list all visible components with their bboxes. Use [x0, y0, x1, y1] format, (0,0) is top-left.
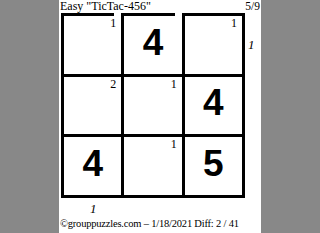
puzzle-title: Easy "TicTac-456"	[60, 0, 151, 13]
top-border-gap	[114, 13, 121, 16]
cell-r0c1[interactable]: 4	[124, 16, 181, 74]
corner-clue: 1	[110, 16, 116, 30]
cell-r2c0[interactable]: 4	[64, 137, 121, 195]
cell-r2c2[interactable]: 5	[185, 137, 242, 195]
cell-r2c1[interactable]: 1	[124, 137, 181, 195]
puzzle-header: Easy "TicTac-456" 5/9	[60, 0, 260, 13]
cell-value: 4	[143, 22, 164, 64]
tictac-board: 1 4 1 2 1 4 4 1	[61, 13, 245, 198]
corner-clue: 1	[171, 77, 177, 91]
cell-value: 5	[203, 143, 224, 185]
cell-r1c1[interactable]: 1	[124, 77, 181, 135]
corner-clue: 1	[171, 137, 177, 151]
page-indicator: 5/9	[245, 0, 260, 13]
puzzle-page: Easy "TicTac-456" 5/9 1 4 1 2 1 4	[59, 0, 261, 233]
cell-r0c0[interactable]: 1	[64, 16, 121, 74]
cell-value: 4	[203, 82, 224, 124]
column-annotation: 1	[90, 202, 97, 215]
cell-r0c2[interactable]: 1	[185, 16, 242, 74]
copyright-line: ©grouppuzzles.com – 1/18/2021 Diff: 2 / …	[60, 217, 261, 230]
corner-clue: 1	[231, 16, 237, 30]
cell-value: 4	[82, 143, 103, 185]
cell-r1c2[interactable]: 4	[185, 77, 242, 135]
cell-r1c0[interactable]: 2	[64, 77, 121, 135]
row-annotation: 1	[248, 38, 255, 51]
top-border-gap	[175, 13, 182, 16]
corner-clue: 2	[110, 77, 116, 91]
